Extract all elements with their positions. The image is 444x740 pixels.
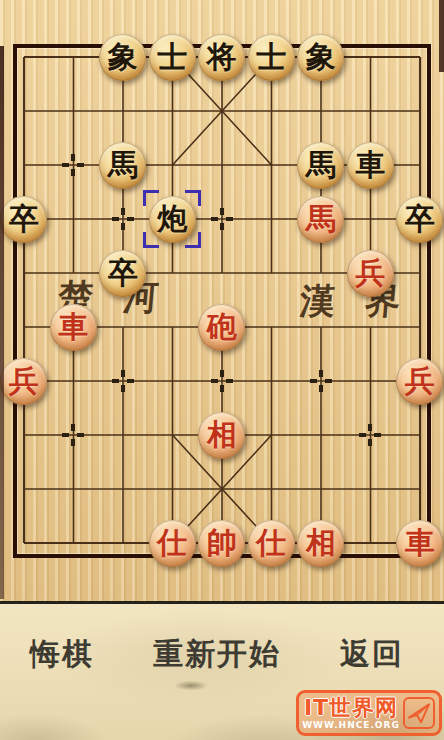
point-marker [359,424,381,446]
piece-black[interactable]: 車 [347,142,394,189]
point-marker [62,154,84,176]
point-marker [310,370,332,392]
piece-black[interactable]: 象 [297,34,344,81]
piece-black[interactable]: 象 [99,34,146,81]
restart-button[interactable]: 重新开始 [153,634,281,675]
piece-red[interactable]: 相 [198,412,245,459]
piece-red[interactable]: 仕 [149,520,196,567]
xiangqi-app: 楚 河 漢 界 象士将士象馬馬車卒炮馬卒卒兵車砲兵兵相仕帥仕相車 悔棋 重新开始… [0,0,444,740]
piece-red[interactable]: 車 [396,520,443,567]
piece-black[interactable]: 炮 [149,196,196,243]
back-button[interactable]: 返回 [340,634,404,675]
watermark-url: WWW.HNCE.ORG [299,721,403,730]
point-marker [62,424,84,446]
watermark-title: IT世界网 [299,697,403,719]
piece-black[interactable]: 卒 [0,196,47,243]
piece-black[interactable]: 卒 [99,250,146,297]
piece-red[interactable]: 兵 [347,250,394,297]
piece-black[interactable]: 馬 [99,142,146,189]
xiangqi-board: 楚 河 漢 界 象士将士象馬馬車卒炮馬卒卒兵車砲兵兵相仕帥仕相車 [0,0,444,601]
point-marker [112,208,134,230]
piece-black[interactable]: 士 [149,34,196,81]
watermark: IT世界网 WWW.HNCE.ORG [296,690,442,736]
piece-red[interactable]: 砲 [198,304,245,351]
piece-layer: 象士将士象馬馬車卒炮馬卒卒兵車砲兵兵相仕帥仕相車 [0,30,444,570]
piece-black[interactable]: 馬 [297,142,344,189]
point-marker [112,370,134,392]
piece-red[interactable]: 馬 [297,196,344,243]
piece-black[interactable]: 卒 [396,196,443,243]
piece-red[interactable]: 帥 [198,520,245,567]
photo-edge-artifact [439,0,444,72]
piece-black[interactable]: 将 [198,34,245,81]
piece-red[interactable]: 相 [297,520,344,567]
undo-button[interactable]: 悔棋 [30,634,94,675]
piece-red[interactable]: 車 [50,304,97,351]
point-marker [211,370,233,392]
piece-black[interactable]: 士 [248,34,295,81]
piece-red[interactable]: 仕 [248,520,295,567]
point-marker [211,208,233,230]
piece-red[interactable]: 兵 [396,358,443,405]
photo-edge-artifact [0,46,4,599]
paper-plane-icon [403,697,435,729]
piece-red[interactable]: 兵 [0,358,47,405]
